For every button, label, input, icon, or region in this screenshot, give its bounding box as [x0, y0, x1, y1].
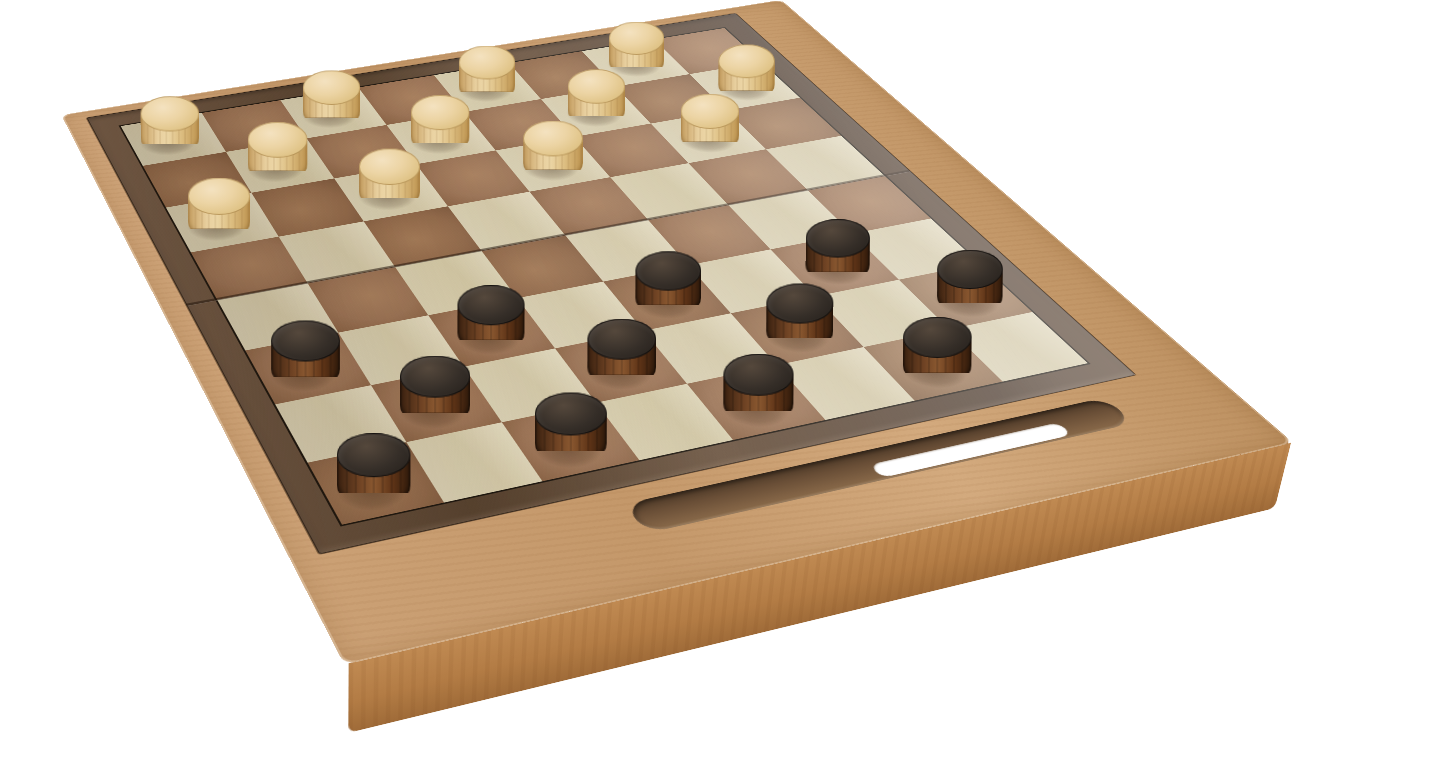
dark-checker-top	[635, 251, 701, 290]
product-photo-scene	[0, 0, 1445, 772]
light-checker-top	[523, 121, 583, 157]
light-checker-top	[248, 122, 308, 158]
light-checker-top	[718, 44, 775, 78]
dark-checker-top	[457, 285, 524, 325]
dark-checker-top	[400, 356, 470, 398]
light-checker-top	[411, 95, 470, 130]
light-checker-top	[609, 22, 665, 55]
light-checker-top	[140, 96, 199, 131]
dark-checker-top	[337, 433, 411, 477]
board-3d-plane	[61, 0, 1294, 665]
dark-checker-top	[535, 392, 607, 435]
light-checker-top	[459, 46, 516, 80]
dark-checker-top	[806, 219, 870, 257]
dark-checker-top	[587, 319, 656, 360]
dark-checker-top	[937, 250, 1003, 289]
light-checker-top	[303, 70, 361, 105]
product-photo-page: { "game": { "name": "Checkers (Draughts)…	[0, 0, 1445, 772]
light-checker-top	[681, 94, 740, 129]
dark-checker-top	[271, 320, 340, 361]
light-checker-top	[188, 178, 250, 215]
dark-checker-top	[766, 283, 833, 323]
dark-checker-top	[903, 317, 972, 358]
handle-hole	[869, 422, 1071, 478]
light-checker-top	[359, 148, 420, 185]
light-checker-top	[568, 69, 626, 103]
dark-checker-top	[723, 354, 794, 396]
